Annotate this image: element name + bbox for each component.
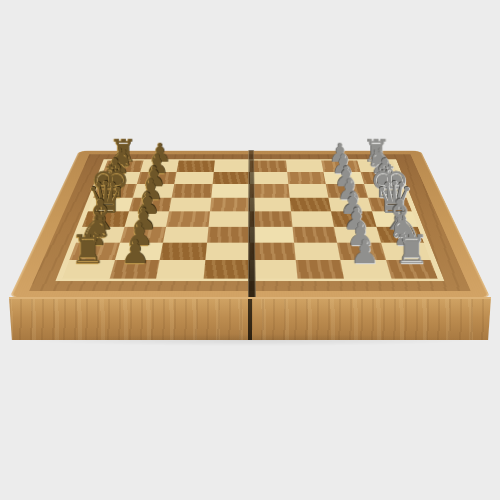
square-c3-r4: [166, 211, 209, 226]
square-c5-r6: [250, 184, 289, 197]
ground-shadow: [28, 334, 472, 346]
bronze-pawn: ♟: [108, 210, 163, 269]
perspective-wrapper: ♜♞♝♛♚♝♞♜♟♟♟♟♟♟♟♟♟♟♟♟♟♟♟♟♜♞♝♛♚♝♞♜: [0, 0, 500, 500]
square-c4-r2: [205, 243, 250, 260]
square-c4-r5: [209, 197, 250, 211]
square-c4-r4: [208, 211, 250, 226]
scene: ♜♞♝♛♚♝♞♜♟♟♟♟♟♟♟♟♟♟♟♟♟♟♟♟♜♞♝♛♚♝♞♜: [0, 0, 500, 500]
square-c4-r8: [213, 160, 250, 172]
square-c3-r3: [163, 226, 208, 242]
square-c5-r3: [250, 226, 293, 242]
square-c5-r5: [250, 197, 291, 211]
square-c4-r3: [207, 226, 250, 242]
silver-rook: ♜: [384, 210, 439, 269]
square-c5-r8: [250, 160, 287, 172]
pawn-glyph: ♟: [350, 238, 380, 269]
square-c3-r5: [169, 197, 211, 211]
square-c3-r7: [174, 172, 213, 184]
square-c3-r8: [177, 160, 215, 172]
square-c3-r6: [172, 184, 212, 197]
pawn-glyph: ♟: [120, 238, 150, 269]
square-c5-r7: [250, 172, 288, 184]
square-c5-r1: [250, 260, 297, 279]
square-c4-r7: [212, 172, 250, 184]
board-box-top: ♜♞♝♛♚♝♞♜♟♟♟♟♟♟♟♟♟♟♟♟♟♟♟♟♜♞♝♛♚♝♞♜: [9, 151, 491, 299]
square-c4-r6: [211, 184, 250, 197]
square-c5-r4: [250, 211, 292, 226]
square-c4-r1: [203, 260, 250, 279]
square-c3-r2: [160, 243, 207, 260]
rook-glyph: ♜: [393, 231, 429, 269]
square-c5-r2: [250, 243, 295, 260]
square-c3-r1: [156, 260, 205, 279]
rook-glyph: ♜: [71, 231, 107, 269]
